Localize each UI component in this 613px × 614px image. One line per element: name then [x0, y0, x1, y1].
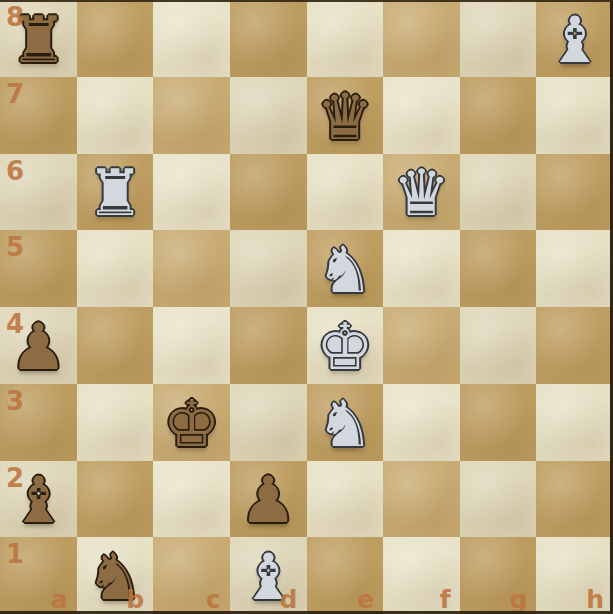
square-c1[interactable]: c [153, 537, 230, 614]
square-g1[interactable]: g [460, 537, 537, 614]
square-e4[interactable]: ♚ [307, 307, 384, 384]
file-label-d: d [280, 585, 298, 614]
file-label-f: f [440, 585, 451, 614]
square-h3[interactable] [536, 384, 613, 461]
piece-black-king[interactable]: ♚ [153, 384, 230, 461]
square-f7[interactable] [383, 77, 460, 154]
square-d7[interactable] [230, 77, 307, 154]
piece-black-queen[interactable]: ♛ [307, 77, 384, 154]
square-f3[interactable] [383, 384, 460, 461]
piece-white-queen[interactable]: ♛ [383, 154, 460, 231]
square-h7[interactable] [536, 77, 613, 154]
square-e8[interactable] [307, 0, 384, 77]
square-e5[interactable]: ♞ [307, 230, 384, 307]
square-a4[interactable]: 4♟ [0, 307, 77, 384]
piece-white-knight[interactable]: ♞ [307, 384, 384, 461]
square-a2[interactable]: 2♝ [0, 461, 77, 538]
file-label-c: c [206, 585, 221, 614]
square-a8[interactable]: 8♜ [0, 0, 77, 77]
square-e2[interactable] [307, 461, 384, 538]
square-h2[interactable] [536, 461, 613, 538]
file-label-b: b [126, 585, 144, 614]
square-d6[interactable] [230, 154, 307, 231]
file-label-a: a [51, 585, 68, 614]
rank-label-4: 4 [6, 309, 24, 339]
square-f6[interactable]: ♛ [383, 154, 460, 231]
square-a6[interactable]: 6 [0, 154, 77, 231]
square-c5[interactable] [153, 230, 230, 307]
square-h8[interactable]: ♝ [536, 0, 613, 77]
square-g2[interactable] [460, 461, 537, 538]
square-g6[interactable] [460, 154, 537, 231]
square-h5[interactable] [536, 230, 613, 307]
square-h1[interactable]: h [536, 537, 613, 614]
rank-label-6: 6 [6, 156, 24, 186]
square-h6[interactable] [536, 154, 613, 231]
square-a3[interactable]: 3 [0, 384, 77, 461]
rank-label-2: 2 [6, 463, 24, 493]
file-label-e: e [357, 585, 374, 614]
chess-board: 8♜♝7♛6♜♛5♞4♟♚3♚♞2♝♟1ab♞cd♝efgh [0, 0, 613, 614]
piece-black-pawn[interactable]: ♟ [230, 461, 307, 538]
square-g5[interactable] [460, 230, 537, 307]
square-b1[interactable]: b♞ [77, 537, 154, 614]
square-g8[interactable] [460, 0, 537, 77]
square-c6[interactable] [153, 154, 230, 231]
square-f5[interactable] [383, 230, 460, 307]
square-d3[interactable] [230, 384, 307, 461]
rank-label-7: 7 [6, 79, 24, 109]
square-f4[interactable] [383, 307, 460, 384]
square-c4[interactable] [153, 307, 230, 384]
square-c2[interactable] [153, 461, 230, 538]
chess-board-grid: 8♜♝7♛6♜♛5♞4♟♚3♚♞2♝♟1ab♞cd♝efgh [0, 0, 613, 614]
square-f1[interactable]: f [383, 537, 460, 614]
piece-white-knight[interactable]: ♞ [307, 230, 384, 307]
piece-white-bishop[interactable]: ♝ [536, 0, 613, 77]
square-c8[interactable] [153, 0, 230, 77]
square-d1[interactable]: d♝ [230, 537, 307, 614]
square-a1[interactable]: 1a [0, 537, 77, 614]
square-b7[interactable] [77, 77, 154, 154]
piece-white-rook[interactable]: ♜ [77, 154, 154, 231]
square-d2[interactable]: ♟ [230, 461, 307, 538]
square-e1[interactable]: e [307, 537, 384, 614]
rank-label-3: 3 [6, 386, 24, 416]
square-b3[interactable] [77, 384, 154, 461]
square-d5[interactable] [230, 230, 307, 307]
square-c7[interactable] [153, 77, 230, 154]
square-c3[interactable]: ♚ [153, 384, 230, 461]
square-g3[interactable] [460, 384, 537, 461]
file-label-h: h [586, 585, 604, 614]
square-e3[interactable]: ♞ [307, 384, 384, 461]
square-h4[interactable] [536, 307, 613, 384]
rank-label-8: 8 [6, 2, 24, 32]
square-d8[interactable] [230, 0, 307, 77]
square-b2[interactable] [77, 461, 154, 538]
square-d4[interactable] [230, 307, 307, 384]
square-a5[interactable]: 5 [0, 230, 77, 307]
square-b4[interactable] [77, 307, 154, 384]
square-f2[interactable] [383, 461, 460, 538]
square-g4[interactable] [460, 307, 537, 384]
square-b6[interactable]: ♜ [77, 154, 154, 231]
rank-label-5: 5 [6, 232, 24, 262]
square-e6[interactable] [307, 154, 384, 231]
square-a7[interactable]: 7 [0, 77, 77, 154]
square-e7[interactable]: ♛ [307, 77, 384, 154]
rank-label-1: 1 [6, 539, 24, 569]
piece-white-king[interactable]: ♚ [307, 307, 384, 384]
square-b5[interactable] [77, 230, 154, 307]
file-label-g: g [509, 585, 527, 614]
square-g7[interactable] [460, 77, 537, 154]
square-f8[interactable] [383, 0, 460, 77]
square-b8[interactable] [77, 0, 154, 77]
